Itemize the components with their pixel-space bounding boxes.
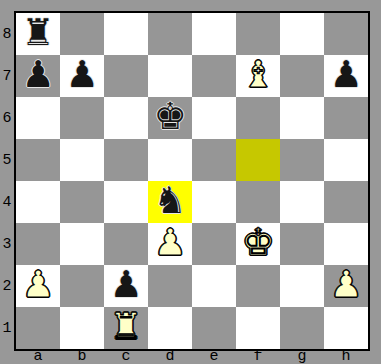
square-e8[interactable] <box>192 13 236 55</box>
square-b4[interactable] <box>60 181 104 223</box>
square-a2[interactable]: ♟ <box>16 265 60 307</box>
rank-label-5: 5 <box>0 139 14 181</box>
square-c1[interactable]: ♜ <box>104 307 148 349</box>
square-c2[interactable]: ♟ <box>104 265 148 307</box>
square-d7[interactable] <box>148 55 192 97</box>
square-f6[interactable] <box>236 97 280 139</box>
square-a7[interactable]: ♟ <box>16 55 60 97</box>
file-label-a: a <box>16 350 60 364</box>
white-pawn-piece[interactable]: ♟ <box>21 265 54 306</box>
black-knight-piece[interactable]: ♞ <box>153 181 186 222</box>
square-g3[interactable] <box>280 223 324 265</box>
square-c7[interactable] <box>104 55 148 97</box>
square-d6[interactable]: ♚ <box>148 97 192 139</box>
square-a3[interactable] <box>16 223 60 265</box>
square-b6[interactable] <box>60 97 104 139</box>
file-label-e: e <box>192 350 236 364</box>
square-a1[interactable] <box>16 307 60 349</box>
square-e2[interactable] <box>192 265 236 307</box>
square-h1[interactable] <box>324 307 368 349</box>
square-e7[interactable] <box>192 55 236 97</box>
square-b5[interactable] <box>60 139 104 181</box>
board-frame: ♜♟♟♝♟♚♞♟♚♟♟♟♜ <box>14 11 370 351</box>
square-d2[interactable] <box>148 265 192 307</box>
file-label-b: b <box>60 350 104 364</box>
square-h5[interactable] <box>324 139 368 181</box>
square-b2[interactable] <box>60 265 104 307</box>
square-a6[interactable] <box>16 97 60 139</box>
square-f1[interactable] <box>236 307 280 349</box>
square-f5[interactable] <box>236 139 280 181</box>
square-h8[interactable] <box>324 13 368 55</box>
square-d5[interactable] <box>148 139 192 181</box>
file-label-g: g <box>280 350 324 364</box>
square-g5[interactable] <box>280 139 324 181</box>
black-king-piece[interactable]: ♚ <box>153 97 186 138</box>
chess-board: ♜♟♟♝♟♚♞♟♚♟♟♟♜ <box>16 13 368 349</box>
square-b8[interactable] <box>60 13 104 55</box>
square-h3[interactable] <box>324 223 368 265</box>
black-pawn-piece[interactable]: ♟ <box>329 55 362 96</box>
square-e6[interactable] <box>192 97 236 139</box>
square-d8[interactable] <box>148 13 192 55</box>
white-pawn-piece[interactable]: ♟ <box>329 265 362 306</box>
white-rook-piece[interactable]: ♜ <box>109 307 142 348</box>
rank-label-4: 4 <box>0 181 14 223</box>
file-label-f: f <box>236 350 280 364</box>
black-rook-piece[interactable]: ♜ <box>21 13 54 54</box>
square-c8[interactable] <box>104 13 148 55</box>
square-h2[interactable]: ♟ <box>324 265 368 307</box>
black-pawn-piece[interactable]: ♟ <box>109 265 142 306</box>
square-e3[interactable] <box>192 223 236 265</box>
square-b1[interactable] <box>60 307 104 349</box>
white-pawn-piece[interactable]: ♟ <box>153 223 186 264</box>
square-c6[interactable] <box>104 97 148 139</box>
square-g1[interactable] <box>280 307 324 349</box>
square-e4[interactable] <box>192 181 236 223</box>
square-d4[interactable]: ♞ <box>148 181 192 223</box>
rank-label-6: 6 <box>0 97 14 139</box>
square-f2[interactable] <box>236 265 280 307</box>
square-c3[interactable] <box>104 223 148 265</box>
square-g2[interactable] <box>280 265 324 307</box>
square-e5[interactable] <box>192 139 236 181</box>
square-h7[interactable]: ♟ <box>324 55 368 97</box>
white-bishop-piece[interactable]: ♝ <box>241 55 274 96</box>
square-c4[interactable] <box>104 181 148 223</box>
square-b7[interactable]: ♟ <box>60 55 104 97</box>
chess-app-window: 87654321 ♜♟♟♝♟♚♞♟♚♟♟♟♜ abcdefgh <box>0 0 381 364</box>
file-label-c: c <box>104 350 148 364</box>
white-king-piece[interactable]: ♚ <box>241 223 274 264</box>
square-h6[interactable] <box>324 97 368 139</box>
square-b3[interactable] <box>60 223 104 265</box>
rank-labels: 87654321 <box>0 13 14 349</box>
square-g6[interactable] <box>280 97 324 139</box>
square-g8[interactable] <box>280 13 324 55</box>
rank-label-2: 2 <box>0 265 14 307</box>
square-f4[interactable] <box>236 181 280 223</box>
square-g7[interactable] <box>280 55 324 97</box>
square-f7[interactable]: ♝ <box>236 55 280 97</box>
file-label-d: d <box>148 350 192 364</box>
square-a5[interactable] <box>16 139 60 181</box>
square-h4[interactable] <box>324 181 368 223</box>
rank-label-1: 1 <box>0 307 14 349</box>
square-e1[interactable] <box>192 307 236 349</box>
square-c5[interactable] <box>104 139 148 181</box>
black-pawn-piece[interactable]: ♟ <box>21 55 54 96</box>
square-a4[interactable] <box>16 181 60 223</box>
square-d1[interactable] <box>148 307 192 349</box>
rank-label-8: 8 <box>0 13 14 55</box>
black-pawn-piece[interactable]: ♟ <box>65 55 98 96</box>
square-f3[interactable]: ♚ <box>236 223 280 265</box>
square-f8[interactable] <box>236 13 280 55</box>
file-label-h: h <box>324 350 368 364</box>
square-g4[interactable] <box>280 181 324 223</box>
rank-label-3: 3 <box>0 223 14 265</box>
square-a8[interactable]: ♜ <box>16 13 60 55</box>
square-d3[interactable]: ♟ <box>148 223 192 265</box>
file-labels: abcdefgh <box>16 350 368 364</box>
rank-label-7: 7 <box>0 55 14 97</box>
